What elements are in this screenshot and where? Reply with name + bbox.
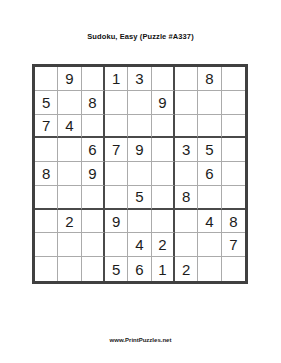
cell-r1c4[interactable]: 1: [105, 67, 128, 91]
cell-r7c5[interactable]: [128, 210, 151, 234]
cell-r1c2[interactable]: 9: [58, 67, 81, 91]
cell-r7c3[interactable]: [82, 210, 105, 234]
cell-r4c3[interactable]: 6: [82, 138, 105, 162]
cell-r7c2[interactable]: 2: [58, 210, 81, 234]
cell-r1c5[interactable]: 3: [128, 67, 151, 91]
cell-r2c1[interactable]: 5: [35, 91, 58, 115]
cell-r5c2[interactable]: [58, 162, 81, 186]
cell-r3c4[interactable]: [105, 115, 128, 139]
cell-r5c7[interactable]: [175, 162, 198, 186]
cell-r6c7[interactable]: 8: [175, 186, 198, 210]
cell-r9c7[interactable]: 2: [175, 257, 198, 281]
cell-r9c8[interactable]: [198, 257, 221, 281]
cell-r4c6[interactable]: [152, 138, 175, 162]
printable-sudoku-page: Sudoku, Easy (Puzzle #A337) 913858974679…: [0, 0, 281, 363]
footer-url: www.PrintPuzzles.net: [0, 337, 281, 343]
cell-r8c1[interactable]: [35, 233, 58, 257]
cell-r8c6[interactable]: 2: [152, 233, 175, 257]
cell-r6c5[interactable]: 5: [128, 186, 151, 210]
cell-r6c8[interactable]: [198, 186, 221, 210]
cell-r2c3[interactable]: 8: [82, 91, 105, 115]
cell-r3c6[interactable]: [152, 115, 175, 139]
cell-r8c8[interactable]: [198, 233, 221, 257]
cell-r9c5[interactable]: 6: [128, 257, 151, 281]
cell-r5c1[interactable]: 8: [35, 162, 58, 186]
cell-r4c2[interactable]: [58, 138, 81, 162]
cell-r5c3[interactable]: 9: [82, 162, 105, 186]
cell-r2c5[interactable]: [128, 91, 151, 115]
cell-r6c3[interactable]: [82, 186, 105, 210]
cell-r1c3[interactable]: [82, 67, 105, 91]
sudoku-board: 913858974679358965829484275612: [32, 64, 248, 284]
cell-r7c8[interactable]: 4: [198, 210, 221, 234]
cell-r6c4[interactable]: [105, 186, 128, 210]
cell-r2c2[interactable]: [58, 91, 81, 115]
cell-r2c7[interactable]: [175, 91, 198, 115]
cell-r8c7[interactable]: [175, 233, 198, 257]
cell-r8c4[interactable]: [105, 233, 128, 257]
cell-r2c6[interactable]: 9: [152, 91, 175, 115]
cell-r8c2[interactable]: [58, 233, 81, 257]
cell-r9c9[interactable]: [222, 257, 245, 281]
cell-r7c7[interactable]: [175, 210, 198, 234]
cell-r9c4[interactable]: 5: [105, 257, 128, 281]
cell-r4c8[interactable]: 5: [198, 138, 221, 162]
cell-r1c6[interactable]: [152, 67, 175, 91]
cell-r2c4[interactable]: [105, 91, 128, 115]
cell-r8c3[interactable]: [82, 233, 105, 257]
cell-r6c2[interactable]: [58, 186, 81, 210]
cell-r2c8[interactable]: [198, 91, 221, 115]
cell-r9c6[interactable]: 1: [152, 257, 175, 281]
page-title: Sudoku, Easy (Puzzle #A337): [0, 32, 281, 41]
cell-r7c6[interactable]: [152, 210, 175, 234]
cell-r4c1[interactable]: [35, 138, 58, 162]
cell-r7c1[interactable]: [35, 210, 58, 234]
cell-r3c3[interactable]: [82, 115, 105, 139]
cell-r3c1[interactable]: 7: [35, 115, 58, 139]
cell-r6c9[interactable]: [222, 186, 245, 210]
cell-r3c5[interactable]: [128, 115, 151, 139]
cell-r9c3[interactable]: [82, 257, 105, 281]
cell-r2c9[interactable]: [222, 91, 245, 115]
cell-r9c1[interactable]: [35, 257, 58, 281]
cell-r6c1[interactable]: [35, 186, 58, 210]
cell-r9c2[interactable]: [58, 257, 81, 281]
cell-r3c8[interactable]: [198, 115, 221, 139]
cell-r3c7[interactable]: [175, 115, 198, 139]
cell-r7c9[interactable]: 8: [222, 210, 245, 234]
cell-r5c5[interactable]: [128, 162, 151, 186]
cell-r8c9[interactable]: 7: [222, 233, 245, 257]
cell-r7c4[interactable]: 9: [105, 210, 128, 234]
cell-r3c2[interactable]: 4: [58, 115, 81, 139]
cell-r1c1[interactable]: [35, 67, 58, 91]
cell-r4c9[interactable]: [222, 138, 245, 162]
cell-r5c9[interactable]: [222, 162, 245, 186]
cell-r5c8[interactable]: 6: [198, 162, 221, 186]
cell-r4c4[interactable]: 7: [105, 138, 128, 162]
cell-r1c7[interactable]: [175, 67, 198, 91]
cell-r1c8[interactable]: 8: [198, 67, 221, 91]
cell-r6c6[interactable]: [152, 186, 175, 210]
cell-r4c7[interactable]: 3: [175, 138, 198, 162]
cell-r5c6[interactable]: [152, 162, 175, 186]
cell-r5c4[interactable]: [105, 162, 128, 186]
cell-r1c9[interactable]: [222, 67, 245, 91]
cell-r8c5[interactable]: 4: [128, 233, 151, 257]
cell-r3c9[interactable]: [222, 115, 245, 139]
cell-r4c5[interactable]: 9: [128, 138, 151, 162]
